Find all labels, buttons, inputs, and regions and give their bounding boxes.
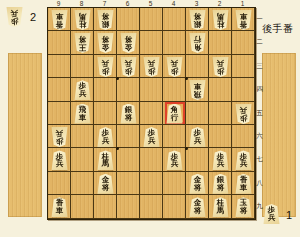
board-square[interactable] (232, 55, 255, 78)
board-square[interactable] (209, 125, 232, 148)
file-label: 1 (231, 0, 254, 7)
board-square[interactable] (140, 172, 163, 195)
board-square[interactable] (48, 102, 71, 125)
board-square[interactable] (94, 78, 117, 101)
board-square[interactable] (71, 125, 94, 148)
board-square[interactable] (186, 55, 209, 78)
file-label: 7 (93, 0, 116, 7)
board-square[interactable] (232, 31, 255, 54)
rank-label: 七 (255, 155, 264, 164)
file-label: 3 (185, 0, 208, 7)
board-square[interactable] (163, 195, 186, 218)
board-square[interactable] (140, 31, 163, 54)
board-square[interactable] (48, 78, 71, 101)
file-label: 9 (47, 0, 70, 7)
board-square[interactable] (140, 8, 163, 31)
board-square[interactable] (209, 78, 232, 101)
shogi-board: 香車桂馬銀将銀将桂馬香車王将金将金将角行歩兵歩兵歩兵歩兵歩兵歩兵飛車飛車銀将角行… (47, 7, 256, 220)
board-square[interactable] (163, 125, 186, 148)
board-square[interactable] (163, 31, 186, 54)
board-square[interactable] (71, 55, 94, 78)
board-square[interactable] (140, 78, 163, 101)
board-square[interactable] (209, 31, 232, 54)
file-label: 2 (208, 0, 231, 7)
board-square[interactable] (48, 172, 71, 195)
rank-label: 四 (255, 85, 264, 94)
board-square[interactable] (140, 148, 163, 171)
file-label: 5 (139, 0, 162, 7)
rank-label: 八 (255, 179, 264, 188)
gote-komadai-panel (8, 53, 42, 217)
board-square[interactable] (71, 195, 94, 218)
board-square[interactable] (163, 8, 186, 31)
turn-indicator: 後手番 (262, 22, 298, 36)
board-square[interactable] (117, 8, 140, 31)
gote-hand-piece[interactable]: 歩 兵 (6, 7, 23, 27)
file-label: 8 (70, 0, 93, 7)
file-label: 6 (116, 0, 139, 7)
board-square[interactable] (71, 148, 94, 171)
sente-komadai-panel (262, 53, 296, 217)
hoshi-dot (116, 77, 119, 80)
board-square[interactable] (117, 78, 140, 101)
shogi-diagram: 歩 兵 2 歩 兵 1 後手番 987654321 一二三四五六七八九 香車桂馬… (0, 0, 300, 237)
hoshi-dot (185, 147, 188, 150)
board-square[interactable] (117, 172, 140, 195)
board-square[interactable] (140, 102, 163, 125)
hoshi-dot (185, 77, 188, 80)
rank-label: 二 (255, 38, 264, 47)
board-square[interactable] (163, 78, 186, 101)
board-square[interactable] (232, 78, 255, 101)
board-square[interactable] (117, 125, 140, 148)
board-square[interactable] (209, 102, 232, 125)
rank-label: 一 (255, 15, 264, 24)
rank-label: 五 (255, 109, 264, 118)
board-square[interactable] (94, 195, 117, 218)
board-square[interactable] (232, 125, 255, 148)
rank-label: 六 (255, 132, 264, 141)
board-square[interactable] (48, 31, 71, 54)
hoshi-dot (116, 147, 119, 150)
file-label: 4 (162, 0, 185, 7)
board-square[interactable] (71, 172, 94, 195)
rank-label: 九 (255, 202, 264, 211)
board-square[interactable] (48, 55, 71, 78)
rank-label: 三 (255, 62, 264, 71)
board-square[interactable] (186, 102, 209, 125)
board-square[interactable] (186, 148, 209, 171)
board-square[interactable] (117, 148, 140, 171)
board-square[interactable] (94, 102, 117, 125)
board-square[interactable] (163, 172, 186, 195)
sente-hand-count: 1 (286, 209, 292, 221)
board-square[interactable] (117, 195, 140, 218)
board-square[interactable] (140, 195, 163, 218)
gote-hand-count: 2 (30, 11, 36, 23)
